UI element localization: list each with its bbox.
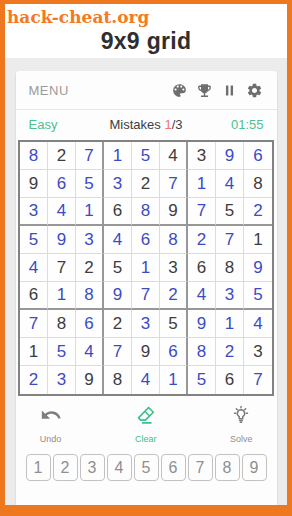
cell-r4c3[interactable]: 3 [76, 226, 104, 254]
settings-icon[interactable] [246, 81, 264, 99]
mistakes-count: 1 [164, 117, 171, 132]
cell-r5c9[interactable]: 9 [244, 254, 272, 282]
numpad-8[interactable]: 8 [215, 454, 240, 481]
sudoku-board: 8271543969653271483416897525934682714725… [18, 140, 274, 396]
cell-r4c2[interactable]: 9 [48, 226, 76, 254]
timer: 01:55 [204, 117, 264, 132]
cell-r2c5[interactable]: 2 [132, 170, 160, 198]
page-frame: hack-cheat.org 9x9 grid MENU [0, 0, 292, 516]
cell-r3c3[interactable]: 1 [76, 198, 104, 226]
numpad-4[interactable]: 4 [107, 454, 132, 481]
cell-r3c8[interactable]: 5 [216, 198, 244, 226]
cell-r7c9[interactable]: 4 [244, 310, 272, 338]
cell-r6c1[interactable]: 6 [20, 282, 48, 310]
undo-icon [40, 404, 62, 430]
cell-r5c1[interactable]: 4 [20, 254, 48, 282]
cell-r5c8[interactable]: 8 [216, 254, 244, 282]
undo-label: Undo [40, 434, 62, 444]
cell-r7c3[interactable]: 6 [76, 310, 104, 338]
mistakes-label: Mistakes [110, 117, 161, 132]
cell-r6c3[interactable]: 8 [76, 282, 104, 310]
cell-r6c8[interactable]: 3 [216, 282, 244, 310]
cell-r1c2[interactable]: 2 [48, 142, 76, 170]
cell-r4c9[interactable]: 1 [244, 226, 272, 254]
cell-r6c7[interactable]: 4 [188, 282, 216, 310]
cell-r9c4[interactable]: 8 [104, 366, 132, 394]
cell-r2c7[interactable]: 1 [188, 170, 216, 198]
cell-r2c9[interactable]: 8 [244, 170, 272, 198]
numpad-6[interactable]: 6 [161, 454, 186, 481]
cell-r6c6[interactable]: 2 [160, 282, 188, 310]
cell-r2c1[interactable]: 9 [20, 170, 48, 198]
cell-r1c4[interactable]: 1 [104, 142, 132, 170]
cell-r3c7[interactable]: 7 [188, 198, 216, 226]
cell-r5c6[interactable]: 3 [160, 254, 188, 282]
status-bar: Easy Mistakes 1/3 01:55 [16, 110, 277, 139]
cell-r2c3[interactable]: 5 [76, 170, 104, 198]
cell-r4c1[interactable]: 5 [20, 226, 48, 254]
cell-r1c6[interactable]: 4 [160, 142, 188, 170]
cell-r4c6[interactable]: 8 [160, 226, 188, 254]
menu-button[interactable]: MENU [29, 83, 69, 98]
cell-r6c5[interactable]: 7 [132, 282, 160, 310]
play-area: MENU [5, 58, 287, 505]
numpad-2[interactable]: 2 [53, 454, 78, 481]
cell-r5c5[interactable]: 1 [132, 254, 160, 282]
cell-r9c6[interactable]: 1 [160, 366, 188, 394]
cell-r2c8[interactable]: 4 [216, 170, 244, 198]
cell-r4c8[interactable]: 7 [216, 226, 244, 254]
cell-r7c8[interactable]: 1 [216, 310, 244, 338]
solve-label: Solve [230, 434, 253, 444]
solve-button[interactable]: Solve [230, 402, 253, 446]
numpad-5[interactable]: 5 [134, 454, 159, 481]
cell-r1c3[interactable]: 7 [76, 142, 104, 170]
game-card: MENU [16, 71, 277, 505]
cell-r1c7[interactable]: 3 [188, 142, 216, 170]
cell-r9c3[interactable]: 9 [76, 366, 104, 394]
cell-r9c8[interactable]: 6 [216, 366, 244, 394]
cell-r7c5[interactable]: 3 [132, 310, 160, 338]
pause-icon[interactable] [221, 81, 239, 99]
cell-r5c3[interactable]: 2 [76, 254, 104, 282]
palette-icon[interactable] [171, 81, 189, 99]
eraser-icon [135, 404, 157, 430]
cell-r3c9[interactable]: 2 [244, 198, 272, 226]
numpad-3[interactable]: 3 [80, 454, 105, 481]
cell-r2c6[interactable]: 7 [160, 170, 188, 198]
menu-bar: MENU [16, 71, 277, 109]
cell-r8c4[interactable]: 7 [104, 338, 132, 366]
trophy-icon[interactable] [196, 81, 214, 99]
cell-r3c4[interactable]: 6 [104, 198, 132, 226]
clear-button[interactable]: Clear [135, 402, 157, 446]
cell-r9c1[interactable]: 2 [20, 366, 48, 394]
cell-r9c5[interactable]: 4 [132, 366, 160, 394]
cell-r7c1[interactable]: 7 [20, 310, 48, 338]
site-name: hack-cheat.org [7, 7, 149, 27]
cell-r7c4[interactable]: 2 [104, 310, 132, 338]
cell-r3c6[interactable]: 9 [160, 198, 188, 226]
cell-r1c8[interactable]: 9 [216, 142, 244, 170]
numpad: 123456789 [16, 454, 277, 481]
difficulty-label: Easy [29, 117, 89, 132]
cell-r8c9[interactable]: 3 [244, 338, 272, 366]
cell-r1c9[interactable]: 6 [244, 142, 272, 170]
cell-r8c8[interactable]: 2 [216, 338, 244, 366]
cell-r5c2[interactable]: 7 [48, 254, 76, 282]
cell-r5c4[interactable]: 5 [104, 254, 132, 282]
controls-bar: Undo Clear [16, 402, 277, 446]
cell-r3c5[interactable]: 8 [132, 198, 160, 226]
numpad-7[interactable]: 7 [188, 454, 213, 481]
mistakes-total: /3 [172, 117, 183, 132]
cell-r2c2[interactable]: 6 [48, 170, 76, 198]
cell-r7c2[interactable]: 8 [48, 310, 76, 338]
cell-r1c1[interactable]: 8 [20, 142, 48, 170]
cell-r9c9[interactable]: 7 [244, 366, 272, 394]
cell-r7c6[interactable]: 5 [160, 310, 188, 338]
cell-r8c7[interactable]: 8 [188, 338, 216, 366]
cell-r8c5[interactable]: 9 [132, 338, 160, 366]
cell-r9c2[interactable]: 3 [48, 366, 76, 394]
cell-r3c2[interactable]: 4 [48, 198, 76, 226]
undo-button[interactable]: Undo [40, 402, 62, 446]
cell-r8c6[interactable]: 6 [160, 338, 188, 366]
cell-r4c5[interactable]: 6 [132, 226, 160, 254]
mistakes-counter: Mistakes 1/3 [89, 117, 204, 132]
cell-r1c5[interactable]: 5 [132, 142, 160, 170]
cell-r8c3[interactable]: 4 [76, 338, 104, 366]
cell-r5c7[interactable]: 6 [188, 254, 216, 282]
cell-r4c7[interactable]: 2 [188, 226, 216, 254]
cell-r6c9[interactable]: 5 [244, 282, 272, 310]
cell-r7c7[interactable]: 9 [188, 310, 216, 338]
cell-r8c2[interactable]: 5 [48, 338, 76, 366]
cell-r9c7[interactable]: 5 [188, 366, 216, 394]
clear-label: Clear [135, 434, 157, 444]
cell-r6c2[interactable]: 1 [48, 282, 76, 310]
numpad-9[interactable]: 9 [242, 454, 267, 481]
numpad-1[interactable]: 1 [26, 454, 51, 481]
site-banner: hack-cheat.org 9x9 grid [5, 4, 287, 58]
cell-r6c4[interactable]: 9 [104, 282, 132, 310]
cell-r3c1[interactable]: 3 [20, 198, 48, 226]
cell-r8c1[interactable]: 1 [20, 338, 48, 366]
menu-icons [171, 81, 264, 99]
lightbulb-icon [230, 404, 252, 430]
cell-r2c4[interactable]: 3 [104, 170, 132, 198]
cell-r4c4[interactable]: 4 [104, 226, 132, 254]
